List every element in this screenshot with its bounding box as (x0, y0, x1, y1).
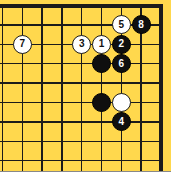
stone-white-move-7[interactable]: 7 (13, 35, 32, 54)
grid-line-horizontal-4 (0, 82, 163, 83)
grid-line-horizontal-7 (0, 141, 163, 142)
grid-line-vertical-0 (2, 4, 3, 172)
grid-line-vertical-4 (81, 4, 82, 172)
grid-line-horizontal-6 (0, 121, 163, 122)
stone-black[interactable] (92, 93, 111, 112)
stone-white-move-3[interactable]: 3 (72, 35, 91, 54)
move-number: 4 (119, 117, 125, 127)
board-edge-right (159, 4, 163, 172)
move-number: 7 (20, 39, 26, 49)
stone-black-move-8[interactable]: 8 (132, 15, 151, 34)
grid-line-vertical-2 (41, 4, 42, 172)
board-edge-top (0, 4, 163, 8)
grid-line-horizontal-3 (0, 63, 163, 64)
go-board[interactable]: 58731264 (0, 0, 171, 171)
grid-line-vertical-5 (101, 4, 102, 172)
move-number: 6 (119, 59, 125, 69)
stone-white-move-5[interactable]: 5 (112, 15, 131, 34)
move-number: 3 (79, 39, 85, 49)
stone-black[interactable] (92, 54, 111, 73)
move-number: 1 (99, 39, 105, 49)
stone-white[interactable] (112, 93, 131, 112)
stone-black-move-2[interactable]: 2 (112, 35, 131, 54)
move-number: 5 (119, 20, 125, 30)
stone-black-move-4[interactable]: 4 (112, 112, 131, 131)
stone-white-move-1[interactable]: 1 (92, 35, 111, 54)
stone-black-move-6[interactable]: 6 (112, 54, 131, 73)
grid-line-vertical-3 (61, 4, 62, 172)
move-number: 2 (119, 39, 125, 49)
go-diagram: 58731264 (0, 0, 171, 171)
grid-line-vertical-1 (22, 4, 23, 172)
grid-line-horizontal-8 (0, 160, 163, 161)
grid-line-horizontal-5 (0, 102, 163, 103)
move-number: 8 (138, 20, 144, 30)
